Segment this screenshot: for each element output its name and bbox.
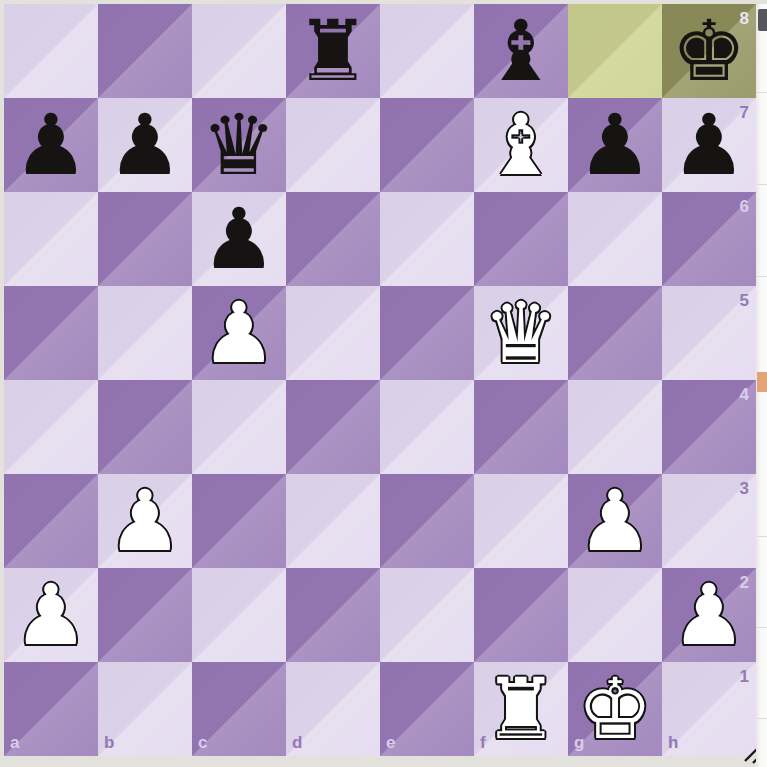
square-b6[interactable]: [98, 192, 192, 286]
rank-label-3: 3: [740, 480, 749, 497]
square-e8[interactable]: [380, 4, 474, 98]
square-e6[interactable]: [380, 192, 474, 286]
square-a4[interactable]: [4, 380, 98, 474]
square-d4[interactable]: [286, 380, 380, 474]
rank-label-1: 1: [740, 668, 749, 685]
square-e4[interactable]: [380, 380, 474, 474]
square-g1[interactable]: ♚g: [568, 662, 662, 756]
square-d1[interactable]: d: [286, 662, 380, 756]
square-a1[interactable]: a: [4, 662, 98, 756]
square-g5[interactable]: [568, 286, 662, 380]
rank-label-2: 2: [740, 574, 749, 591]
square-f4[interactable]: [474, 380, 568, 474]
square-f8[interactable]: ♝: [474, 4, 568, 98]
square-h2[interactable]: ♟2: [662, 568, 756, 662]
square-a3[interactable]: [4, 474, 98, 568]
square-b3[interactable]: ♟: [98, 474, 192, 568]
file-label-b: b: [104, 734, 114, 751]
panel-row-divider: [757, 92, 767, 93]
square-e5[interactable]: [380, 286, 474, 380]
square-c4[interactable]: [192, 380, 286, 474]
square-f2[interactable]: [474, 568, 568, 662]
white-bishop[interactable]: ♝: [474, 98, 568, 192]
white-queen[interactable]: ♛: [474, 286, 568, 380]
square-g4[interactable]: [568, 380, 662, 474]
black-queen[interactable]: ♛: [192, 98, 286, 192]
white-rook[interactable]: ♜: [474, 662, 568, 756]
rank-label-5: 5: [740, 292, 749, 309]
file-label-f: f: [480, 734, 486, 751]
file-label-d: d: [292, 734, 302, 751]
file-label-g: g: [574, 734, 584, 751]
black-pawn[interactable]: ♟: [4, 98, 98, 192]
file-label-h: h: [668, 734, 678, 751]
black-bishop[interactable]: ♝: [474, 4, 568, 98]
square-c2[interactable]: [192, 568, 286, 662]
square-c6[interactable]: ♟: [192, 192, 286, 286]
square-g8[interactable]: [568, 4, 662, 98]
square-f5[interactable]: ♛: [474, 286, 568, 380]
square-e2[interactable]: [380, 568, 474, 662]
panel-scrollbar-thumb[interactable]: [758, 9, 767, 31]
white-pawn[interactable]: ♟: [4, 568, 98, 662]
panel-row-divider: [757, 718, 767, 719]
square-h6[interactable]: 6: [662, 192, 756, 286]
black-pawn[interactable]: ♟: [192, 192, 286, 286]
side-panel-edge: [756, 4, 767, 767]
square-d3[interactable]: [286, 474, 380, 568]
square-f3[interactable]: [474, 474, 568, 568]
rank-label-7: 7: [740, 104, 749, 121]
white-pawn[interactable]: ♟: [568, 474, 662, 568]
square-g2[interactable]: [568, 568, 662, 662]
white-pawn[interactable]: ♟: [192, 286, 286, 380]
page: ♜♝♚8♟♟♛♝♟♟7♟6♟♛54♟♟3♟♟2abcde♜f♚gh1: [0, 0, 767, 767]
black-pawn[interactable]: ♟: [98, 98, 192, 192]
square-h8[interactable]: ♚8: [662, 4, 756, 98]
square-h3[interactable]: 3: [662, 474, 756, 568]
square-c1[interactable]: c: [192, 662, 286, 756]
square-h4[interactable]: 4: [662, 380, 756, 474]
square-a2[interactable]: ♟: [4, 568, 98, 662]
square-f6[interactable]: [474, 192, 568, 286]
square-b1[interactable]: b: [98, 662, 192, 756]
square-a8[interactable]: [4, 4, 98, 98]
chess-board: ♜♝♚8♟♟♛♝♟♟7♟6♟♛54♟♟3♟♟2abcde♜f♚gh1: [4, 4, 756, 756]
square-d6[interactable]: [286, 192, 380, 286]
square-b5[interactable]: [98, 286, 192, 380]
square-g3[interactable]: ♟: [568, 474, 662, 568]
square-b4[interactable]: [98, 380, 192, 474]
rank-label-4: 4: [740, 386, 749, 403]
square-e7[interactable]: [380, 98, 474, 192]
rank-label-6: 6: [740, 198, 749, 215]
square-h7[interactable]: ♟7: [662, 98, 756, 192]
square-g6[interactable]: [568, 192, 662, 286]
square-c5[interactable]: ♟: [192, 286, 286, 380]
square-e1[interactable]: e: [380, 662, 474, 756]
black-pawn[interactable]: ♟: [568, 98, 662, 192]
panel-row-divider: [757, 184, 767, 185]
square-d5[interactable]: [286, 286, 380, 380]
square-c7[interactable]: ♛: [192, 98, 286, 192]
square-b7[interactable]: ♟: [98, 98, 192, 192]
rank-label-8: 8: [740, 10, 749, 27]
panel-row-divider: [757, 536, 767, 537]
square-a6[interactable]: [4, 192, 98, 286]
square-f7[interactable]: ♝: [474, 98, 568, 192]
panel-row-divider: [757, 627, 767, 628]
file-label-e: e: [386, 734, 395, 751]
square-e3[interactable]: [380, 474, 474, 568]
square-d2[interactable]: [286, 568, 380, 662]
square-a7[interactable]: ♟: [4, 98, 98, 192]
square-b2[interactable]: [98, 568, 192, 662]
square-c3[interactable]: [192, 474, 286, 568]
square-h5[interactable]: 5: [662, 286, 756, 380]
white-pawn[interactable]: ♟: [98, 474, 192, 568]
file-label-c: c: [198, 734, 207, 751]
square-g7[interactable]: ♟: [568, 98, 662, 192]
square-a5[interactable]: [4, 286, 98, 380]
square-c8[interactable]: [192, 4, 286, 98]
square-f1[interactable]: ♜f: [474, 662, 568, 756]
square-d8[interactable]: ♜: [286, 4, 380, 98]
black-rook[interactable]: ♜: [286, 4, 380, 98]
panel-row-divider: [757, 276, 767, 277]
panel-accent-block: [757, 372, 767, 392]
square-d7[interactable]: [286, 98, 380, 192]
file-label-a: a: [10, 734, 19, 751]
square-b8[interactable]: [98, 4, 192, 98]
